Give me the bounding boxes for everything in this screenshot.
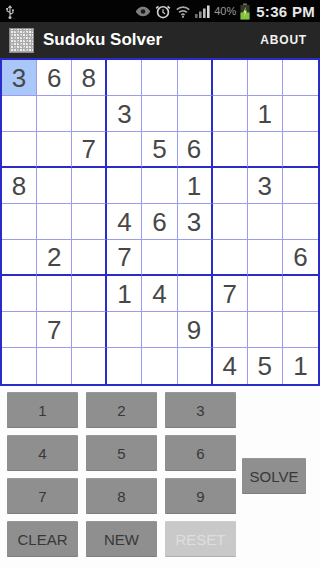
status-bar: 40% 5:36 PM <box>0 0 320 22</box>
battery-charging-icon <box>240 3 250 20</box>
cell-r7c4[interactable]: 1 <box>107 276 142 312</box>
cell-r6c6[interactable] <box>178 240 213 276</box>
cell-r1c3[interactable]: 8 <box>72 60 107 96</box>
num-button-5[interactable]: 5 <box>86 435 157 471</box>
cell-r9c5[interactable] <box>142 348 177 384</box>
cell-r2c7[interactable] <box>213 96 248 132</box>
cell-r6c9[interactable]: 6 <box>283 240 318 276</box>
cell-r4c1[interactable]: 8 <box>2 168 37 204</box>
reset-button[interactable]: RESET <box>165 521 236 557</box>
cell-r3c7[interactable] <box>213 132 248 168</box>
cell-r4c9[interactable] <box>283 168 318 204</box>
cell-r4c8[interactable]: 3 <box>248 168 283 204</box>
cell-r2c6[interactable] <box>178 96 213 132</box>
battery-percent: 40% <box>214 5 236 17</box>
solve-button[interactable]: SOLVE <box>242 458 306 494</box>
cell-r9c1[interactable] <box>2 348 37 384</box>
cell-r8c2[interactable]: 7 <box>37 312 72 348</box>
num-button-9[interactable]: 9 <box>165 478 236 514</box>
cell-r4c3[interactable] <box>72 168 107 204</box>
number-pad: 123456789 <box>7 392 236 514</box>
cell-r8c6[interactable]: 9 <box>178 312 213 348</box>
alarm-icon <box>155 4 171 19</box>
cell-r2c1[interactable] <box>2 96 37 132</box>
cell-r7c8[interactable] <box>248 276 283 312</box>
cell-r2c2[interactable] <box>37 96 72 132</box>
cell-r8c1[interactable] <box>2 312 37 348</box>
cell-r3c2[interactable] <box>37 132 72 168</box>
cell-r2c3[interactable] <box>72 96 107 132</box>
cell-r5c6[interactable]: 3 <box>178 204 213 240</box>
status-left <box>5 3 15 20</box>
cell-r3c8[interactable] <box>248 132 283 168</box>
sudoku-grid-thumbnail-icon <box>9 28 34 53</box>
cell-r8c8[interactable] <box>248 312 283 348</box>
cell-r7c6[interactable] <box>178 276 213 312</box>
cell-r5c7[interactable] <box>213 204 248 240</box>
cell-r9c3[interactable] <box>72 348 107 384</box>
cell-r6c8[interactable] <box>248 240 283 276</box>
clear-button[interactable]: CLEAR <box>7 521 78 557</box>
cell-r3c9[interactable] <box>283 132 318 168</box>
cell-r9c2[interactable] <box>37 348 72 384</box>
cell-r5c2[interactable] <box>37 204 72 240</box>
cell-r3c1[interactable] <box>2 132 37 168</box>
cell-r4c6[interactable]: 1 <box>178 168 213 204</box>
cell-r6c3[interactable] <box>72 240 107 276</box>
num-button-7[interactable]: 7 <box>7 478 78 514</box>
cell-r6c7[interactable] <box>213 240 248 276</box>
keypad-area: 123456789 CLEAR NEW RESET SOLVE <box>0 386 320 569</box>
cell-r6c2[interactable]: 2 <box>37 240 72 276</box>
eye-icon <box>135 6 151 17</box>
cell-r7c3[interactable] <box>72 276 107 312</box>
cell-r5c8[interactable] <box>248 204 283 240</box>
cell-r7c5[interactable]: 4 <box>142 276 177 312</box>
cell-r5c1[interactable] <box>2 204 37 240</box>
num-button-6[interactable]: 6 <box>165 435 236 471</box>
cell-r9c6[interactable] <box>178 348 213 384</box>
cell-r8c7[interactable] <box>213 312 248 348</box>
cell-r9c7[interactable]: 4 <box>213 348 248 384</box>
cell-r7c2[interactable] <box>37 276 72 312</box>
cell-r4c4[interactable] <box>107 168 142 204</box>
cell-r6c5[interactable] <box>142 240 177 276</box>
cell-r1c4[interactable] <box>107 60 142 96</box>
cell-r2c9[interactable] <box>283 96 318 132</box>
cell-r9c9[interactable]: 1 <box>283 348 318 384</box>
cell-r3c6[interactable]: 6 <box>178 132 213 168</box>
wifi-icon <box>175 5 191 18</box>
about-button[interactable]: ABOUT <box>256 23 311 57</box>
cell-r4c5[interactable] <box>142 168 177 204</box>
cell-r1c7[interactable] <box>213 60 248 96</box>
num-button-2[interactable]: 2 <box>86 392 157 428</box>
cell-r5c9[interactable] <box>283 204 318 240</box>
cell-r7c9[interactable] <box>283 276 318 312</box>
cell-r5c4[interactable]: 4 <box>107 204 142 240</box>
cell-r8c3[interactable] <box>72 312 107 348</box>
cell-r1c1[interactable]: 3 <box>2 60 37 96</box>
num-button-3[interactable]: 3 <box>165 392 236 428</box>
cell-r9c8[interactable]: 5 <box>248 348 283 384</box>
num-button-8[interactable]: 8 <box>86 478 157 514</box>
cell-r3c5[interactable]: 5 <box>142 132 177 168</box>
cell-r4c7[interactable] <box>213 168 248 204</box>
cell-r2c8[interactable]: 1 <box>248 96 283 132</box>
cell-r7c7[interactable]: 7 <box>213 276 248 312</box>
status-right: 40% 5:36 PM <box>135 3 315 20</box>
app-title: Sudoku Solver <box>43 30 256 50</box>
cell-r5c5[interactable]: 6 <box>142 204 177 240</box>
new-button[interactable]: NEW <box>86 521 157 557</box>
app-bar: Sudoku Solver ABOUT <box>0 22 320 58</box>
cell-r7c1[interactable] <box>2 276 37 312</box>
action-row: CLEAR NEW RESET <box>7 521 236 557</box>
cell-r8c9[interactable] <box>283 312 318 348</box>
sudoku-board: 3683175681346327614779451 <box>0 58 320 386</box>
usb-icon <box>5 3 15 20</box>
cell-r2c4[interactable]: 3 <box>107 96 142 132</box>
num-button-4[interactable]: 4 <box>7 435 78 471</box>
cell-r1c2[interactable]: 6 <box>37 60 72 96</box>
cell-r8c4[interactable] <box>107 312 142 348</box>
status-time: 5:36 PM <box>256 3 315 20</box>
cell-r4c2[interactable] <box>37 168 72 204</box>
cell-r1c8[interactable] <box>248 60 283 96</box>
cell-r1c9[interactable] <box>283 60 318 96</box>
cell-r1c5[interactable] <box>142 60 177 96</box>
cell-r6c1[interactable] <box>2 240 37 276</box>
cell-r2c5[interactable] <box>142 96 177 132</box>
num-button-1[interactable]: 1 <box>7 392 78 428</box>
cell-r6c4[interactable]: 7 <box>107 240 142 276</box>
cell-r5c3[interactable] <box>72 204 107 240</box>
signal-icon <box>195 4 210 18</box>
cell-r3c3[interactable]: 7 <box>72 132 107 168</box>
cell-r8c5[interactable] <box>142 312 177 348</box>
cell-r1c6[interactable] <box>178 60 213 96</box>
cell-r3c4[interactable] <box>107 132 142 168</box>
cell-r9c4[interactable] <box>107 348 142 384</box>
